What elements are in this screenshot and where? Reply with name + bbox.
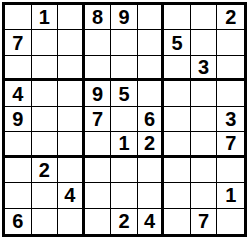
- cell-r6c8[interactable]: [191, 132, 218, 157]
- cell-r3c9[interactable]: [217, 56, 244, 81]
- cell-r8c5[interactable]: [111, 183, 138, 208]
- cell-r9c6[interactable]: 4: [138, 209, 165, 234]
- cell-r8c7[interactable]: [164, 183, 191, 208]
- cell-r6c9[interactable]: 7: [217, 132, 244, 157]
- cell-r3c7[interactable]: [164, 56, 191, 81]
- cell-r5c2[interactable]: [32, 107, 59, 132]
- sudoku-page: 189275349597631272416247: [0, 0, 249, 239]
- cell-r1c2[interactable]: 1: [32, 5, 59, 30]
- cell-r6c6[interactable]: 2: [138, 132, 165, 157]
- cell-r5c9[interactable]: 3: [217, 107, 244, 132]
- cell-r1c3[interactable]: [58, 5, 85, 30]
- cell-r1c1[interactable]: [5, 5, 32, 30]
- cell-r4c3[interactable]: [58, 81, 85, 106]
- cell-r3c6[interactable]: [138, 56, 165, 81]
- cell-r7c2[interactable]: 2: [32, 158, 59, 183]
- cell-r8c9[interactable]: 1: [217, 183, 244, 208]
- cell-r8c3[interactable]: 4: [58, 183, 85, 208]
- cell-r9c4[interactable]: [85, 209, 112, 234]
- cell-r7c9[interactable]: [217, 158, 244, 183]
- cell-r3c4[interactable]: [85, 56, 112, 81]
- cell-r2c9[interactable]: [217, 30, 244, 55]
- cell-r5c3[interactable]: [58, 107, 85, 132]
- cell-r5c6[interactable]: 6: [138, 107, 165, 132]
- cell-r5c1[interactable]: 9: [5, 107, 32, 132]
- cell-r5c5[interactable]: [111, 107, 138, 132]
- cell-r9c7[interactable]: [164, 209, 191, 234]
- cell-r3c8[interactable]: 3: [191, 56, 218, 81]
- cell-r6c3[interactable]: [58, 132, 85, 157]
- cell-r7c3[interactable]: [58, 158, 85, 183]
- cell-r8c2[interactable]: [32, 183, 59, 208]
- cell-r7c6[interactable]: [138, 158, 165, 183]
- cell-r3c1[interactable]: [5, 56, 32, 81]
- cell-r9c1[interactable]: 6: [5, 209, 32, 234]
- cell-r3c3[interactable]: [58, 56, 85, 81]
- cell-r2c8[interactable]: [191, 30, 218, 55]
- cell-r7c4[interactable]: [85, 158, 112, 183]
- cell-r2c7[interactable]: 5: [164, 30, 191, 55]
- cell-r7c1[interactable]: [5, 158, 32, 183]
- cell-r6c1[interactable]: [5, 132, 32, 157]
- cell-r6c5[interactable]: 1: [111, 132, 138, 157]
- cell-r1c5[interactable]: 9: [111, 5, 138, 30]
- cell-r1c8[interactable]: [191, 5, 218, 30]
- cell-r6c7[interactable]: [164, 132, 191, 157]
- cell-r2c1[interactable]: 7: [5, 30, 32, 55]
- cell-r6c4[interactable]: [85, 132, 112, 157]
- cell-r4c8[interactable]: [191, 81, 218, 106]
- cell-r1c4[interactable]: 8: [85, 5, 112, 30]
- cell-r4c7[interactable]: [164, 81, 191, 106]
- cell-r5c8[interactable]: [191, 107, 218, 132]
- cell-r1c6[interactable]: [138, 5, 165, 30]
- cell-r8c1[interactable]: [5, 183, 32, 208]
- cell-r9c2[interactable]: [32, 209, 59, 234]
- cell-r6c2[interactable]: [32, 132, 59, 157]
- cell-r4c5[interactable]: 5: [111, 81, 138, 106]
- cell-r4c9[interactable]: [217, 81, 244, 106]
- cell-r9c9[interactable]: [217, 209, 244, 234]
- cell-r7c8[interactable]: [191, 158, 218, 183]
- sudoku-board: 189275349597631272416247: [2, 2, 247, 237]
- cell-r3c5[interactable]: [111, 56, 138, 81]
- cell-r7c5[interactable]: [111, 158, 138, 183]
- cell-r4c6[interactable]: [138, 81, 165, 106]
- cell-r4c2[interactable]: [32, 81, 59, 106]
- cell-r3c2[interactable]: [32, 56, 59, 81]
- cell-r1c7[interactable]: [164, 5, 191, 30]
- cell-r8c8[interactable]: [191, 183, 218, 208]
- cell-r2c4[interactable]: [85, 30, 112, 55]
- cell-r9c5[interactable]: 2: [111, 209, 138, 234]
- cell-r5c4[interactable]: 7: [85, 107, 112, 132]
- cell-r2c6[interactable]: [138, 30, 165, 55]
- cell-r1c9[interactable]: 2: [217, 5, 244, 30]
- cell-r2c2[interactable]: [32, 30, 59, 55]
- cell-r8c6[interactable]: [138, 183, 165, 208]
- cell-r9c8[interactable]: 7: [191, 209, 218, 234]
- cell-r2c5[interactable]: [111, 30, 138, 55]
- cell-r4c1[interactable]: 4: [5, 81, 32, 106]
- cell-r8c4[interactable]: [85, 183, 112, 208]
- cell-r5c7[interactable]: [164, 107, 191, 132]
- cell-r7c7[interactable]: [164, 158, 191, 183]
- cell-r2c3[interactable]: [58, 30, 85, 55]
- cell-r4c4[interactable]: 9: [85, 81, 112, 106]
- cell-r9c3[interactable]: [58, 209, 85, 234]
